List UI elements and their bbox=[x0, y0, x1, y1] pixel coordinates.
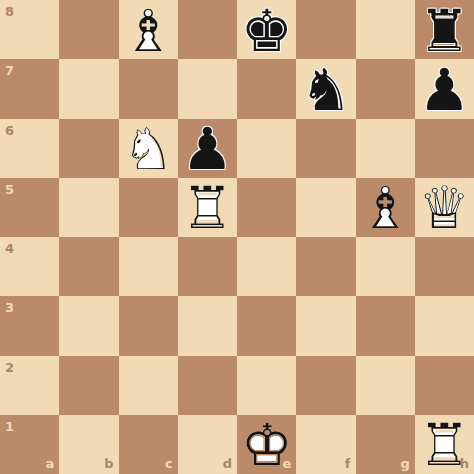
file-label-b: b bbox=[104, 457, 113, 470]
square-a3[interactable]: 3 bbox=[0, 296, 59, 355]
square-g2[interactable] bbox=[356, 356, 415, 415]
square-b8[interactable] bbox=[59, 0, 118, 59]
rank-label-6: 6 bbox=[5, 124, 14, 137]
white-bishop-outline-glyph: ♗ bbox=[359, 180, 411, 238]
square-a4[interactable]: 4 bbox=[0, 237, 59, 296]
square-e2[interactable] bbox=[237, 356, 296, 415]
rank-label-1: 1 bbox=[5, 420, 14, 433]
square-d1[interactable]: d bbox=[178, 415, 237, 474]
file-label-d: d bbox=[223, 457, 232, 470]
file-label-g: g bbox=[400, 457, 409, 470]
square-b1[interactable]: b bbox=[59, 415, 118, 474]
square-f1[interactable]: f bbox=[296, 415, 355, 474]
square-e7[interactable] bbox=[237, 59, 296, 118]
rank-label-8: 8 bbox=[5, 5, 14, 18]
square-h2[interactable] bbox=[415, 356, 474, 415]
square-g6[interactable] bbox=[356, 119, 415, 178]
square-f5[interactable] bbox=[296, 178, 355, 237]
square-a5[interactable]: 5 bbox=[0, 178, 59, 237]
white-rook[interactable]: ♜♖ bbox=[415, 415, 474, 474]
square-e1[interactable]: e♚♔ bbox=[237, 415, 296, 474]
white-rook[interactable]: ♜♖ bbox=[178, 178, 237, 237]
white-bishop-outline-glyph: ♗ bbox=[122, 2, 174, 60]
square-f4[interactable] bbox=[296, 237, 355, 296]
white-knight[interactable]: ♞♘ bbox=[119, 119, 178, 178]
black-knight-glyph: ♞ bbox=[300, 61, 352, 119]
square-h7[interactable]: ♟ bbox=[415, 59, 474, 118]
white-rook-outline-glyph: ♖ bbox=[418, 417, 470, 474]
square-b5[interactable] bbox=[59, 178, 118, 237]
square-e3[interactable] bbox=[237, 296, 296, 355]
white-bishop[interactable]: ♝♗ bbox=[356, 178, 415, 237]
square-h5[interactable]: ♛♕ bbox=[415, 178, 474, 237]
square-e4[interactable] bbox=[237, 237, 296, 296]
file-label-f: f bbox=[345, 457, 351, 470]
black-knight[interactable]: ♞ bbox=[296, 59, 355, 118]
square-h6[interactable] bbox=[415, 119, 474, 178]
square-e6[interactable] bbox=[237, 119, 296, 178]
rank-label-5: 5 bbox=[5, 183, 14, 196]
square-g4[interactable] bbox=[356, 237, 415, 296]
square-f2[interactable] bbox=[296, 356, 355, 415]
square-h8[interactable]: ♜ bbox=[415, 0, 474, 59]
square-c3[interactable] bbox=[119, 296, 178, 355]
square-a1[interactable]: 1a bbox=[0, 415, 59, 474]
square-g5[interactable]: ♝♗ bbox=[356, 178, 415, 237]
rank-label-3: 3 bbox=[5, 301, 14, 314]
square-d7[interactable] bbox=[178, 59, 237, 118]
square-c2[interactable] bbox=[119, 356, 178, 415]
square-c6[interactable]: ♞♘ bbox=[119, 119, 178, 178]
square-e5[interactable] bbox=[237, 178, 296, 237]
square-d4[interactable] bbox=[178, 237, 237, 296]
black-king-glyph: ♚ bbox=[241, 2, 293, 60]
square-f8[interactable] bbox=[296, 0, 355, 59]
square-f7[interactable]: ♞ bbox=[296, 59, 355, 118]
black-pawn[interactable]: ♟ bbox=[178, 119, 237, 178]
square-b2[interactable] bbox=[59, 356, 118, 415]
square-g8[interactable] bbox=[356, 0, 415, 59]
black-rook[interactable]: ♜ bbox=[415, 0, 474, 59]
white-queen-outline-glyph: ♕ bbox=[418, 180, 470, 238]
square-c7[interactable] bbox=[119, 59, 178, 118]
file-label-a: a bbox=[45, 457, 54, 470]
chess-board: 8♝♗♚♜7♞♟6♞♘♟5♜♖♝♗♛♕4321abcde♚♔fgh♜♖ bbox=[0, 0, 474, 474]
square-d5[interactable]: ♜♖ bbox=[178, 178, 237, 237]
rank-label-4: 4 bbox=[5, 242, 14, 255]
square-c4[interactable] bbox=[119, 237, 178, 296]
white-queen[interactable]: ♛♕ bbox=[415, 178, 474, 237]
square-b6[interactable] bbox=[59, 119, 118, 178]
rank-label-2: 2 bbox=[5, 361, 14, 374]
white-king-outline-glyph: ♔ bbox=[241, 417, 293, 474]
square-h1[interactable]: h♜♖ bbox=[415, 415, 474, 474]
black-pawn[interactable]: ♟ bbox=[415, 59, 474, 118]
square-g1[interactable]: g bbox=[356, 415, 415, 474]
square-a6[interactable]: 6 bbox=[0, 119, 59, 178]
square-h3[interactable] bbox=[415, 296, 474, 355]
white-bishop[interactable]: ♝♗ bbox=[119, 0, 178, 59]
square-g7[interactable] bbox=[356, 59, 415, 118]
white-king[interactable]: ♚♔ bbox=[237, 415, 296, 474]
square-g3[interactable] bbox=[356, 296, 415, 355]
square-c1[interactable]: c bbox=[119, 415, 178, 474]
square-b3[interactable] bbox=[59, 296, 118, 355]
square-d8[interactable] bbox=[178, 0, 237, 59]
square-c5[interactable] bbox=[119, 178, 178, 237]
square-b4[interactable] bbox=[59, 237, 118, 296]
square-e8[interactable]: ♚ bbox=[237, 0, 296, 59]
square-h4[interactable] bbox=[415, 237, 474, 296]
square-a8[interactable]: 8 bbox=[0, 0, 59, 59]
white-rook-outline-glyph: ♖ bbox=[181, 180, 233, 238]
square-f6[interactable] bbox=[296, 119, 355, 178]
square-d3[interactable] bbox=[178, 296, 237, 355]
black-pawn-glyph: ♟ bbox=[181, 120, 233, 178]
rank-label-7: 7 bbox=[5, 64, 14, 77]
black-rook-glyph: ♜ bbox=[418, 2, 470, 60]
square-d2[interactable] bbox=[178, 356, 237, 415]
black-pawn-glyph: ♟ bbox=[418, 61, 470, 119]
square-a7[interactable]: 7 bbox=[0, 59, 59, 118]
white-knight-outline-glyph: ♘ bbox=[122, 120, 174, 178]
square-f3[interactable] bbox=[296, 296, 355, 355]
file-label-c: c bbox=[165, 457, 173, 470]
square-d6[interactable]: ♟ bbox=[178, 119, 237, 178]
black-king[interactable]: ♚ bbox=[237, 0, 296, 59]
square-c8[interactable]: ♝♗ bbox=[119, 0, 178, 59]
square-a2[interactable]: 2 bbox=[0, 356, 59, 415]
square-b7[interactable] bbox=[59, 59, 118, 118]
